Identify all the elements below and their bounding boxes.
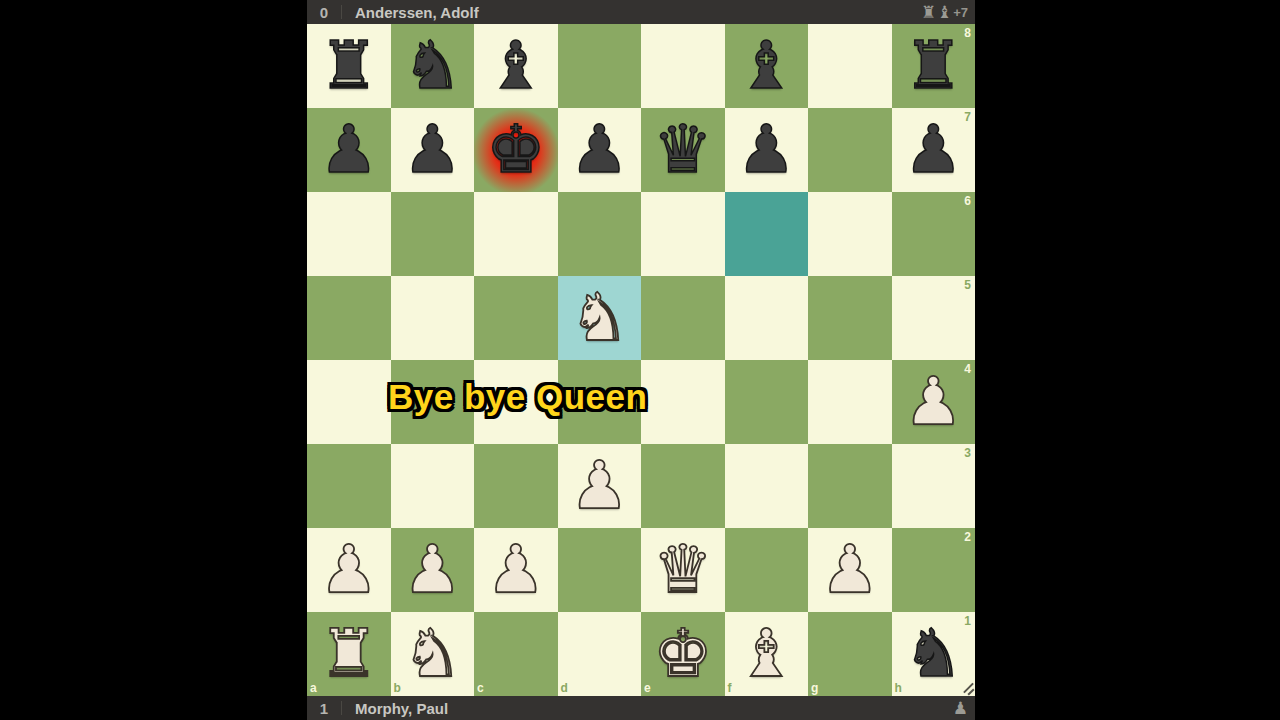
white-bishop[interactable]: ♝ <box>737 621 796 687</box>
square-e3[interactable] <box>641 444 725 528</box>
square-h4[interactable]: 4♟ <box>892 360 976 444</box>
black-bishop[interactable]: ♝ <box>486 33 545 99</box>
square-a6[interactable] <box>307 192 391 276</box>
square-e1[interactable]: e♚ <box>641 612 725 696</box>
square-f5[interactable] <box>725 276 809 360</box>
black-pawn[interactable]: ♟ <box>737 117 796 183</box>
white-knight[interactable]: ♞ <box>570 285 629 351</box>
bottom-bar-divider <box>341 701 342 715</box>
file-label-b: b <box>394 682 401 694</box>
white-pawn[interactable]: ♟ <box>570 453 629 519</box>
square-c5[interactable] <box>474 276 558 360</box>
black-rook[interactable]: ♜ <box>319 33 378 99</box>
square-g1[interactable]: g <box>808 612 892 696</box>
bottom-player-name: Morphy, Paul <box>355 700 448 717</box>
rank-label-7: 7 <box>964 111 971 123</box>
square-e6[interactable] <box>641 192 725 276</box>
square-a8[interactable]: ♜ <box>307 24 391 108</box>
file-label-c: c <box>477 682 484 694</box>
square-h7[interactable]: 7♟ <box>892 108 976 192</box>
file-label-g: g <box>811 682 818 694</box>
rank-label-8: 8 <box>964 27 971 39</box>
material-advantage: +7 <box>953 5 968 20</box>
square-h5[interactable]: 5 <box>892 276 976 360</box>
bottom-player-bar: 1 Morphy, Paul ♟ <box>307 696 975 720</box>
square-d1[interactable]: d <box>558 612 642 696</box>
top-player-score: 0 <box>307 4 341 21</box>
square-d3[interactable]: ♟ <box>558 444 642 528</box>
black-pawn[interactable]: ♟ <box>403 117 462 183</box>
square-a3[interactable] <box>307 444 391 528</box>
white-pawn[interactable]: ♟ <box>486 537 545 603</box>
black-queen[interactable]: ♛ <box>653 117 712 183</box>
caption-text: Bye bye Queen <box>388 377 647 417</box>
video-frame: 0 Anderssen, Adolf ♜♝ +7 ♜♞♝♝8♜♟♟♚♟♛♟7♟6… <box>0 0 1280 720</box>
white-pawn[interactable]: ♟ <box>319 537 378 603</box>
square-f4[interactable] <box>725 360 809 444</box>
top-player-bar: 0 Anderssen, Adolf ♜♝ +7 <box>307 0 975 24</box>
square-g4[interactable] <box>808 360 892 444</box>
white-knight[interactable]: ♞ <box>403 621 462 687</box>
bottom-captured-pieces: ♟ <box>953 700 968 717</box>
square-f2[interactable] <box>725 528 809 612</box>
square-a7[interactable]: ♟ <box>307 108 391 192</box>
square-d6[interactable] <box>558 192 642 276</box>
square-g7[interactable] <box>808 108 892 192</box>
pawn-icon: ♟ <box>953 700 968 717</box>
top-player-name: Anderssen, Adolf <box>355 4 479 21</box>
square-d2[interactable] <box>558 528 642 612</box>
square-d5[interactable]: ♞ <box>558 276 642 360</box>
square-f8[interactable]: ♝ <box>725 24 809 108</box>
square-c3[interactable] <box>474 444 558 528</box>
bishop-icon: ♝ <box>937 4 952 21</box>
file-label-d: d <box>561 682 568 694</box>
white-rook[interactable]: ♜ <box>319 621 378 687</box>
square-e7[interactable]: ♛ <box>641 108 725 192</box>
square-h6[interactable]: 6 <box>892 192 976 276</box>
square-g6[interactable] <box>808 192 892 276</box>
white-pawn[interactable]: ♟ <box>403 537 462 603</box>
square-b8[interactable]: ♞ <box>391 24 475 108</box>
square-g3[interactable] <box>808 444 892 528</box>
square-g2[interactable]: ♟ <box>808 528 892 612</box>
black-king[interactable]: ♚ <box>486 117 545 183</box>
square-c1[interactable]: c <box>474 612 558 696</box>
rook-icon: ♜ <box>921 4 936 21</box>
square-f6[interactable] <box>725 192 809 276</box>
square-d7[interactable]: ♟ <box>558 108 642 192</box>
square-g8[interactable] <box>808 24 892 108</box>
square-h8[interactable]: 8♜ <box>892 24 976 108</box>
square-f7[interactable]: ♟ <box>725 108 809 192</box>
black-rook[interactable]: ♜ <box>904 33 963 99</box>
square-e2[interactable]: ♛ <box>641 528 725 612</box>
rank-label-1: 1 <box>964 615 971 627</box>
top-bar-divider <box>341 5 342 19</box>
square-b7[interactable]: ♟ <box>391 108 475 192</box>
square-b3[interactable] <box>391 444 475 528</box>
square-h2[interactable]: 2 <box>892 528 976 612</box>
square-c6[interactable] <box>474 192 558 276</box>
square-h3[interactable]: 3 <box>892 444 976 528</box>
black-pawn[interactable]: ♟ <box>570 117 629 183</box>
white-pawn[interactable]: ♟ <box>820 537 879 603</box>
file-label-h: h <box>895 682 902 694</box>
board: ♜♞♝♝8♜♟♟♚♟♛♟7♟6♞54♟♟3♟♟♟♛♟2a♜b♞cde♚f♝g1h… <box>307 24 975 696</box>
rank-label-5: 5 <box>964 279 971 291</box>
square-c8[interactable]: ♝ <box>474 24 558 108</box>
square-c7[interactable]: ♚ <box>474 108 558 192</box>
square-e5[interactable] <box>641 276 725 360</box>
square-a1[interactable]: a♜ <box>307 612 391 696</box>
black-pawn[interactable]: ♟ <box>319 117 378 183</box>
file-label-a: a <box>310 682 317 694</box>
white-pawn[interactable]: ♟ <box>904 369 963 435</box>
square-d8[interactable] <box>558 24 642 108</box>
square-g5[interactable] <box>808 276 892 360</box>
square-e8[interactable] <box>641 24 725 108</box>
white-king[interactable]: ♚ <box>653 621 712 687</box>
square-b5[interactable] <box>391 276 475 360</box>
rank-label-6: 6 <box>964 195 971 207</box>
square-f1[interactable]: f♝ <box>725 612 809 696</box>
square-b6[interactable] <box>391 192 475 276</box>
square-e4[interactable] <box>641 360 725 444</box>
rank-label-2: 2 <box>964 531 971 543</box>
file-label-e: e <box>644 682 651 694</box>
resize-handle-icon[interactable] <box>959 680 974 695</box>
game-panel: 0 Anderssen, Adolf ♜♝ +7 ♜♞♝♝8♜♟♟♚♟♛♟7♟6… <box>307 0 975 720</box>
square-b1[interactable]: b♞ <box>391 612 475 696</box>
square-a4[interactable] <box>307 360 391 444</box>
black-knight[interactable]: ♞ <box>403 33 462 99</box>
black-bishop[interactable]: ♝ <box>737 33 796 99</box>
bottom-player-score: 1 <box>307 700 341 717</box>
file-label-f: f <box>728 682 732 694</box>
black-knight[interactable]: ♞ <box>904 621 963 687</box>
square-b2[interactable]: ♟ <box>391 528 475 612</box>
square-c2[interactable]: ♟ <box>474 528 558 612</box>
white-queen[interactable]: ♛ <box>653 537 712 603</box>
square-a5[interactable] <box>307 276 391 360</box>
rank-label-4: 4 <box>964 363 971 375</box>
black-pawn[interactable]: ♟ <box>904 117 963 183</box>
square-a2[interactable]: ♟ <box>307 528 391 612</box>
rank-label-3: 3 <box>964 447 971 459</box>
square-f3[interactable] <box>725 444 809 528</box>
top-captured-pieces: ♜♝ <box>921 4 953 21</box>
